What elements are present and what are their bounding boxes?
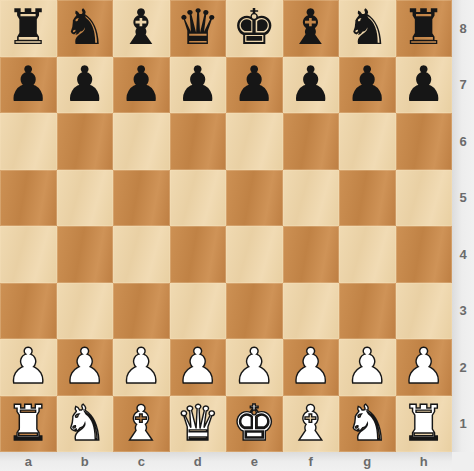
square-d8[interactable]: ♛ — [170, 0, 227, 57]
piece-white-queen: ♛ — [176, 396, 220, 453]
square-e6[interactable] — [226, 113, 283, 170]
file-label-b: b — [57, 452, 114, 471]
piece-black-pawn: ♟ — [176, 57, 220, 114]
piece-white-king: ♚ — [232, 396, 276, 453]
piece-black-pawn: ♟ — [119, 57, 163, 114]
piece-black-pawn: ♟ — [345, 57, 389, 114]
square-f4[interactable] — [283, 226, 340, 283]
square-g7[interactable]: ♟ — [339, 57, 396, 114]
piece-black-pawn: ♟ — [289, 57, 333, 114]
square-b5[interactable] — [57, 170, 114, 227]
square-f3[interactable] — [283, 283, 340, 340]
file-label-a: a — [0, 452, 57, 471]
square-e4[interactable] — [226, 226, 283, 283]
square-b3[interactable] — [57, 283, 114, 340]
piece-white-bishop: ♝ — [289, 396, 333, 453]
square-e8[interactable]: ♚ — [226, 0, 283, 57]
piece-black-pawn: ♟ — [6, 57, 50, 114]
square-d3[interactable] — [170, 283, 227, 340]
square-c8[interactable]: ♝ — [113, 0, 170, 57]
chess-app-window: ♜♞♝♛♚♝♞♜♟♟♟♟♟♟♟♟♟♟♟♟♟♟♟♟♜♞♝♛♚♝♞♜ 8765432… — [0, 0, 474, 471]
square-h5[interactable] — [396, 170, 453, 227]
file-coordinates: abcdefgh — [0, 452, 452, 471]
square-d6[interactable] — [170, 113, 227, 170]
square-c4[interactable] — [113, 226, 170, 283]
square-c5[interactable] — [113, 170, 170, 227]
piece-black-pawn: ♟ — [63, 57, 107, 114]
file-label-g: g — [339, 452, 396, 471]
square-d5[interactable] — [170, 170, 227, 227]
square-f2[interactable]: ♟ — [283, 339, 340, 396]
square-g1[interactable]: ♞ — [339, 396, 396, 453]
piece-black-bishop: ♝ — [119, 0, 163, 57]
square-a1[interactable]: ♜ — [0, 396, 57, 453]
rank-label-5: 5 — [452, 170, 474, 227]
square-b8[interactable]: ♞ — [57, 0, 114, 57]
square-d4[interactable] — [170, 226, 227, 283]
piece-white-rook: ♜ — [402, 396, 446, 453]
rank-coordinates: 87654321 — [452, 0, 474, 452]
piece-white-pawn: ♟ — [6, 339, 50, 396]
square-h3[interactable] — [396, 283, 453, 340]
piece-black-bishop: ♝ — [289, 0, 333, 57]
square-g3[interactable] — [339, 283, 396, 340]
square-e3[interactable] — [226, 283, 283, 340]
piece-black-rook: ♜ — [6, 0, 50, 57]
square-h2[interactable]: ♟ — [396, 339, 453, 396]
square-c2[interactable]: ♟ — [113, 339, 170, 396]
square-g5[interactable] — [339, 170, 396, 227]
rank-label-4: 4 — [452, 226, 474, 283]
square-f8[interactable]: ♝ — [283, 0, 340, 57]
square-f5[interactable] — [283, 170, 340, 227]
square-a7[interactable]: ♟ — [0, 57, 57, 114]
file-label-f: f — [283, 452, 340, 471]
piece-black-rook: ♜ — [402, 0, 446, 57]
square-b4[interactable] — [57, 226, 114, 283]
piece-white-pawn: ♟ — [289, 339, 333, 396]
piece-black-queen: ♛ — [176, 0, 220, 57]
piece-white-knight: ♞ — [345, 396, 389, 453]
square-b2[interactable]: ♟ — [57, 339, 114, 396]
board-corner-margin — [452, 452, 474, 471]
chess-board: ♜♞♝♛♚♝♞♜♟♟♟♟♟♟♟♟♟♟♟♟♟♟♟♟♜♞♝♛♚♝♞♜ — [0, 0, 452, 452]
piece-white-pawn: ♟ — [63, 339, 107, 396]
square-b7[interactable]: ♟ — [57, 57, 114, 114]
square-e1[interactable]: ♚ — [226, 396, 283, 453]
piece-white-pawn: ♟ — [176, 339, 220, 396]
square-d2[interactable]: ♟ — [170, 339, 227, 396]
square-g2[interactable]: ♟ — [339, 339, 396, 396]
square-c1[interactable]: ♝ — [113, 396, 170, 453]
square-e5[interactable] — [226, 170, 283, 227]
file-label-c: c — [113, 452, 170, 471]
square-d1[interactable]: ♛ — [170, 396, 227, 453]
square-a8[interactable]: ♜ — [0, 0, 57, 57]
square-g6[interactable] — [339, 113, 396, 170]
square-h7[interactable]: ♟ — [396, 57, 453, 114]
square-h4[interactable] — [396, 226, 453, 283]
piece-white-bishop: ♝ — [119, 396, 163, 453]
square-a3[interactable] — [0, 283, 57, 340]
square-a6[interactable] — [0, 113, 57, 170]
square-h6[interactable] — [396, 113, 453, 170]
piece-black-pawn: ♟ — [232, 57, 276, 114]
square-d7[interactable]: ♟ — [170, 57, 227, 114]
rank-label-3: 3 — [452, 283, 474, 340]
piece-white-pawn: ♟ — [345, 339, 389, 396]
rank-label-8: 8 — [452, 0, 474, 57]
square-g4[interactable] — [339, 226, 396, 283]
piece-white-knight: ♞ — [63, 396, 107, 453]
square-g8[interactable]: ♞ — [339, 0, 396, 57]
piece-white-rook: ♜ — [6, 396, 50, 453]
square-h8[interactable]: ♜ — [396, 0, 453, 57]
piece-white-pawn: ♟ — [232, 339, 276, 396]
rank-label-7: 7 — [452, 57, 474, 114]
file-label-d: d — [170, 452, 227, 471]
piece-white-pawn: ♟ — [119, 339, 163, 396]
rank-label-1: 1 — [452, 396, 474, 453]
rank-label-6: 6 — [452, 113, 474, 170]
square-b1[interactable]: ♞ — [57, 396, 114, 453]
square-a2[interactable]: ♟ — [0, 339, 57, 396]
file-label-h: h — [396, 452, 453, 471]
square-e7[interactable]: ♟ — [226, 57, 283, 114]
file-label-e: e — [226, 452, 283, 471]
square-c7[interactable]: ♟ — [113, 57, 170, 114]
square-e2[interactable]: ♟ — [226, 339, 283, 396]
square-c6[interactable] — [113, 113, 170, 170]
square-c3[interactable] — [113, 283, 170, 340]
square-f7[interactable]: ♟ — [283, 57, 340, 114]
piece-black-king: ♚ — [232, 0, 276, 57]
square-h1[interactable]: ♜ — [396, 396, 453, 453]
square-b6[interactable] — [57, 113, 114, 170]
square-f6[interactable] — [283, 113, 340, 170]
square-a4[interactable] — [0, 226, 57, 283]
piece-white-pawn: ♟ — [402, 339, 446, 396]
square-f1[interactable]: ♝ — [283, 396, 340, 453]
piece-black-knight: ♞ — [345, 0, 389, 57]
square-a5[interactable] — [0, 170, 57, 227]
piece-black-knight: ♞ — [63, 0, 107, 57]
rank-label-2: 2 — [452, 339, 474, 396]
piece-black-pawn: ♟ — [402, 57, 446, 114]
